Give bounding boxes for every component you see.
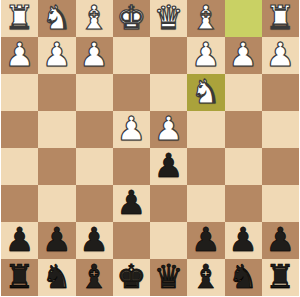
black-queen-d8[interactable]: ♛ — [154, 260, 184, 293]
black-king-e8[interactable]: ♚ — [117, 260, 147, 293]
square-h4[interactable] — [1, 111, 38, 148]
square-b1[interactable] — [225, 0, 262, 37]
square-d2[interactable] — [150, 37, 187, 74]
black-pawn-d5[interactable]: ♟ — [154, 149, 184, 182]
square-b7[interactable]: ♟ — [225, 222, 262, 259]
square-h5[interactable] — [1, 148, 38, 185]
square-e5[interactable] — [113, 148, 150, 185]
white-queen-d1[interactable]: ♛ — [154, 1, 184, 34]
square-d7[interactable] — [150, 222, 187, 259]
black-knight-b8[interactable]: ♞ — [228, 260, 258, 293]
white-bishop-c1[interactable]: ♝ — [191, 1, 221, 34]
square-d5[interactable]: ♟ — [150, 148, 187, 185]
square-f8[interactable]: ♝ — [76, 259, 113, 296]
square-g8[interactable]: ♞ — [38, 259, 75, 296]
square-a5[interactable] — [262, 148, 299, 185]
chess-board: ♜♞♝♚♛♝♜♟♟♟♟♟♟♞♟♟♟♟♟♟♟♟♟♟♜♞♝♚♛♝♞♜ — [1, 0, 299, 296]
square-f1[interactable]: ♝ — [76, 0, 113, 37]
square-d8[interactable]: ♛ — [150, 259, 187, 296]
square-a7[interactable]: ♟ — [262, 222, 299, 259]
square-c2[interactable]: ♟ — [187, 37, 224, 74]
square-e7[interactable] — [113, 222, 150, 259]
square-f4[interactable] — [76, 111, 113, 148]
white-pawn-g2[interactable]: ♟ — [42, 38, 72, 71]
square-c4[interactable] — [187, 111, 224, 148]
square-e3[interactable] — [113, 74, 150, 111]
square-c5[interactable] — [187, 148, 224, 185]
square-a3[interactable] — [262, 74, 299, 111]
square-c1[interactable]: ♝ — [187, 0, 224, 37]
square-b3[interactable] — [225, 74, 262, 111]
square-f2[interactable]: ♟ — [76, 37, 113, 74]
black-bishop-c8[interactable]: ♝ — [191, 260, 221, 293]
square-h6[interactable] — [1, 185, 38, 222]
square-g5[interactable] — [38, 148, 75, 185]
square-h2[interactable]: ♟ — [1, 37, 38, 74]
black-pawn-c7[interactable]: ♟ — [191, 223, 221, 256]
black-pawn-b7[interactable]: ♟ — [228, 223, 258, 256]
square-f5[interactable] — [76, 148, 113, 185]
square-b8[interactable]: ♞ — [225, 259, 262, 296]
square-c6[interactable] — [187, 185, 224, 222]
square-c3[interactable]: ♞ — [187, 74, 224, 111]
square-e4[interactable]: ♟ — [113, 111, 150, 148]
square-b4[interactable] — [225, 111, 262, 148]
black-pawn-a7[interactable]: ♟ — [266, 223, 296, 256]
white-knight-c3[interactable]: ♞ — [191, 75, 221, 108]
square-f6[interactable] — [76, 185, 113, 222]
square-b6[interactable] — [225, 185, 262, 222]
square-d6[interactable] — [150, 185, 187, 222]
square-e8[interactable]: ♚ — [113, 259, 150, 296]
square-a8[interactable]: ♜ — [262, 259, 299, 296]
square-e2[interactable] — [113, 37, 150, 74]
square-g3[interactable] — [38, 74, 75, 111]
black-pawn-h7[interactable]: ♟ — [5, 223, 35, 256]
square-a4[interactable] — [262, 111, 299, 148]
black-rook-a8[interactable]: ♜ — [266, 260, 296, 293]
white-rook-h1[interactable]: ♜ — [5, 1, 35, 34]
square-d3[interactable] — [150, 74, 187, 111]
square-b2[interactable]: ♟ — [225, 37, 262, 74]
white-pawn-c2[interactable]: ♟ — [191, 38, 221, 71]
white-pawn-a2[interactable]: ♟ — [266, 38, 296, 71]
black-knight-g8[interactable]: ♞ — [42, 260, 72, 293]
square-d4[interactable]: ♟ — [150, 111, 187, 148]
square-a2[interactable]: ♟ — [262, 37, 299, 74]
square-g7[interactable]: ♟ — [38, 222, 75, 259]
square-e6[interactable]: ♟ — [113, 185, 150, 222]
black-rook-h8[interactable]: ♜ — [5, 260, 35, 293]
white-pawn-h2[interactable]: ♟ — [5, 38, 35, 71]
black-pawn-g7[interactable]: ♟ — [42, 223, 72, 256]
black-pawn-e6[interactable]: ♟ — [117, 186, 147, 219]
square-f3[interactable] — [76, 74, 113, 111]
white-knight-g1[interactable]: ♞ — [42, 1, 72, 34]
square-g4[interactable] — [38, 111, 75, 148]
square-f7[interactable]: ♟ — [76, 222, 113, 259]
white-pawn-f2[interactable]: ♟ — [79, 38, 109, 71]
square-g6[interactable] — [38, 185, 75, 222]
square-h1[interactable]: ♜ — [1, 0, 38, 37]
square-h7[interactable]: ♟ — [1, 222, 38, 259]
square-e1[interactable]: ♚ — [113, 0, 150, 37]
square-a6[interactable] — [262, 185, 299, 222]
white-king-e1[interactable]: ♚ — [117, 1, 147, 34]
square-g1[interactable]: ♞ — [38, 0, 75, 37]
white-pawn-e4[interactable]: ♟ — [117, 112, 147, 145]
square-d1[interactable]: ♛ — [150, 0, 187, 37]
square-a1[interactable]: ♜ — [262, 0, 299, 37]
white-bishop-f1[interactable]: ♝ — [79, 1, 109, 34]
black-pawn-f7[interactable]: ♟ — [79, 223, 109, 256]
square-b5[interactable] — [225, 148, 262, 185]
white-pawn-d4[interactable]: ♟ — [154, 112, 184, 145]
square-h8[interactable]: ♜ — [1, 259, 38, 296]
square-g2[interactable]: ♟ — [38, 37, 75, 74]
white-pawn-b2[interactable]: ♟ — [228, 38, 258, 71]
square-h3[interactable] — [1, 74, 38, 111]
square-c7[interactable]: ♟ — [187, 222, 224, 259]
black-bishop-f8[interactable]: ♝ — [79, 260, 109, 293]
square-c8[interactable]: ♝ — [187, 259, 224, 296]
white-rook-a1[interactable]: ♜ — [266, 1, 296, 34]
